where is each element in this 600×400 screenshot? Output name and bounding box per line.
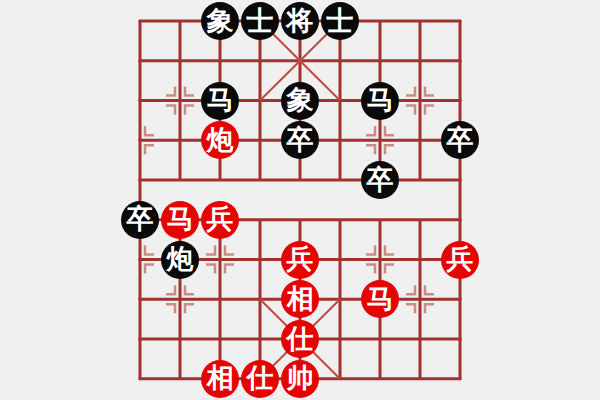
piece-black-elephant[interactable]: 象 <box>281 82 319 120</box>
xiangqi-board: 象士将士马象马炮卒卒卒卒马兵炮兵兵相马仕相仕帅 <box>0 0 600 400</box>
piece-black-advisor[interactable]: 士 <box>241 2 279 40</box>
piece-black-advisor[interactable]: 士 <box>321 2 359 40</box>
piece-red-soldier[interactable]: 兵 <box>281 241 319 279</box>
piece-black-cannon[interactable]: 炮 <box>161 241 199 279</box>
piece-red-elephant[interactable]: 相 <box>281 280 319 318</box>
piece-red-general[interactable]: 帅 <box>281 360 319 398</box>
piece-black-general[interactable]: 将 <box>281 2 319 40</box>
piece-black-horse[interactable]: 马 <box>201 82 239 120</box>
piece-black-soldier[interactable]: 卒 <box>441 121 479 159</box>
piece-red-elephant[interactable]: 相 <box>201 360 239 398</box>
piece-black-elephant[interactable]: 象 <box>201 2 239 40</box>
pieces-layer: 象士将士马象马炮卒卒卒卒马兵炮兵兵相马仕相仕帅 <box>120 1 480 399</box>
piece-red-cannon[interactable]: 炮 <box>201 121 239 159</box>
piece-black-horse[interactable]: 马 <box>361 82 399 120</box>
piece-black-soldier[interactable]: 卒 <box>121 201 159 239</box>
piece-black-soldier[interactable]: 卒 <box>361 161 399 199</box>
piece-red-soldier[interactable]: 兵 <box>201 201 239 239</box>
piece-red-horse[interactable]: 马 <box>361 280 399 318</box>
piece-red-soldier[interactable]: 兵 <box>441 241 479 279</box>
piece-black-soldier[interactable]: 卒 <box>281 121 319 159</box>
piece-red-advisor[interactable]: 仕 <box>241 360 279 398</box>
piece-red-horse[interactable]: 马 <box>161 201 199 239</box>
piece-red-advisor[interactable]: 仕 <box>281 320 319 358</box>
